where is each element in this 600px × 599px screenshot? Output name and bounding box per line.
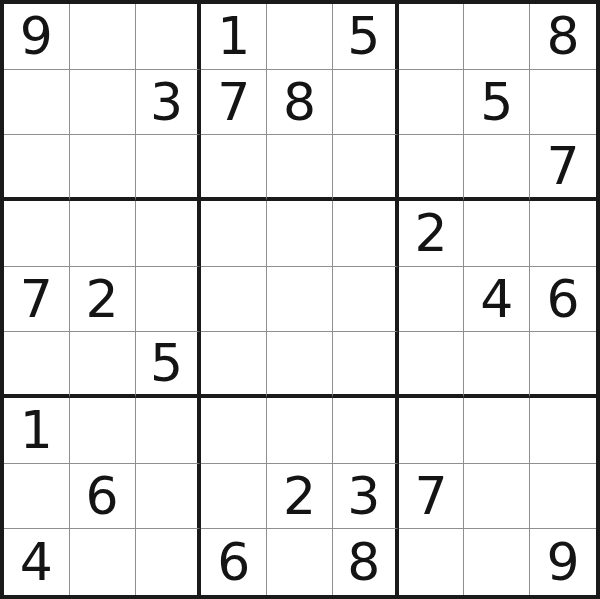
cell-r6c6-empty[interactable] [333, 332, 399, 398]
cell-r9c2-empty[interactable] [70, 529, 136, 595]
cell-r3c8-empty[interactable] [464, 135, 530, 201]
cell-r9c4-given[interactable]: 6 [201, 529, 267, 595]
cell-r2c6-empty[interactable] [333, 70, 399, 136]
cell-r1c8-empty[interactable] [464, 4, 530, 70]
cell-r5c6-empty[interactable] [333, 267, 399, 333]
cell-r5c4-empty[interactable] [201, 267, 267, 333]
cell-r4c6-empty[interactable] [333, 201, 399, 267]
cell-r7c1-given[interactable]: 1 [4, 398, 70, 464]
cell-r5c5-empty[interactable] [267, 267, 333, 333]
cell-r9c9-given[interactable]: 9 [530, 529, 596, 595]
cell-r1c3-empty[interactable] [136, 4, 202, 70]
cell-r2c4-given[interactable]: 7 [201, 70, 267, 136]
cell-r6c7-empty[interactable] [399, 332, 465, 398]
cell-r6c5-empty[interactable] [267, 332, 333, 398]
cell-r3c3-empty[interactable] [136, 135, 202, 201]
cell-r9c8-empty[interactable] [464, 529, 530, 595]
cell-r1c7-empty[interactable] [399, 4, 465, 70]
cell-r4c7-given[interactable]: 2 [399, 201, 465, 267]
cell-r2c7-empty[interactable] [399, 70, 465, 136]
cell-r8c6-given[interactable]: 3 [333, 464, 399, 530]
cell-r8c2-given[interactable]: 6 [70, 464, 136, 530]
cell-r7c9-empty[interactable] [530, 398, 596, 464]
cell-r8c4-empty[interactable] [201, 464, 267, 530]
cell-r3c4-empty[interactable] [201, 135, 267, 201]
cell-r2c3-given[interactable]: 3 [136, 70, 202, 136]
cell-r2c2-empty[interactable] [70, 70, 136, 136]
cell-r6c1-empty[interactable] [4, 332, 70, 398]
cell-r8c7-given[interactable]: 7 [399, 464, 465, 530]
cell-r5c7-empty[interactable] [399, 267, 465, 333]
cell-r3c7-empty[interactable] [399, 135, 465, 201]
cell-r9c5-empty[interactable] [267, 529, 333, 595]
cell-r7c4-empty[interactable] [201, 398, 267, 464]
cell-r9c6-given[interactable]: 8 [333, 529, 399, 595]
cell-r7c6-empty[interactable] [333, 398, 399, 464]
cell-r7c2-empty[interactable] [70, 398, 136, 464]
cell-r3c9-given[interactable]: 7 [530, 135, 596, 201]
cell-r2c9-empty[interactable] [530, 70, 596, 136]
cell-r4c1-empty[interactable] [4, 201, 70, 267]
cell-r2c8-given[interactable]: 5 [464, 70, 530, 136]
cell-r6c3-given[interactable]: 5 [136, 332, 202, 398]
cell-r1c1-given[interactable]: 9 [4, 4, 70, 70]
cell-r1c6-given[interactable]: 5 [333, 4, 399, 70]
cell-r6c4-empty[interactable] [201, 332, 267, 398]
cell-r8c5-given[interactable]: 2 [267, 464, 333, 530]
cell-r1c2-empty[interactable] [70, 4, 136, 70]
cell-r5c8-given[interactable]: 4 [464, 267, 530, 333]
cell-r3c5-empty[interactable] [267, 135, 333, 201]
cell-r5c9-given[interactable]: 6 [530, 267, 596, 333]
cell-r4c3-empty[interactable] [136, 201, 202, 267]
cell-r9c7-empty[interactable] [399, 529, 465, 595]
cell-r5c3-empty[interactable] [136, 267, 202, 333]
cell-r4c9-empty[interactable] [530, 201, 596, 267]
cell-r4c5-empty[interactable] [267, 201, 333, 267]
cell-r2c1-empty[interactable] [4, 70, 70, 136]
cell-r4c2-empty[interactable] [70, 201, 136, 267]
cell-r6c8-empty[interactable] [464, 332, 530, 398]
cell-r8c1-empty[interactable] [4, 464, 70, 530]
cell-r2c5-given[interactable]: 8 [267, 70, 333, 136]
cell-r9c3-empty[interactable] [136, 529, 202, 595]
cell-r8c3-empty[interactable] [136, 464, 202, 530]
cell-r5c2-given[interactable]: 2 [70, 267, 136, 333]
cell-r8c9-empty[interactable] [530, 464, 596, 530]
cell-r1c5-empty[interactable] [267, 4, 333, 70]
cell-r7c8-empty[interactable] [464, 398, 530, 464]
cell-r3c2-empty[interactable] [70, 135, 136, 201]
cell-r7c7-empty[interactable] [399, 398, 465, 464]
cell-r6c2-empty[interactable] [70, 332, 136, 398]
cell-r9c1-given[interactable]: 4 [4, 529, 70, 595]
cell-r7c3-empty[interactable] [136, 398, 202, 464]
cell-r8c8-empty[interactable] [464, 464, 530, 530]
cell-r1c4-given[interactable]: 1 [201, 4, 267, 70]
cell-r3c1-empty[interactable] [4, 135, 70, 201]
sudoku-board: 915837857272465162374689 [0, 0, 600, 599]
cell-r5c1-given[interactable]: 7 [4, 267, 70, 333]
cell-r3c6-empty[interactable] [333, 135, 399, 201]
cell-r7c5-empty[interactable] [267, 398, 333, 464]
cell-r6c9-empty[interactable] [530, 332, 596, 398]
cell-r1c9-given[interactable]: 8 [530, 4, 596, 70]
cell-r4c4-empty[interactable] [201, 201, 267, 267]
cell-r4c8-empty[interactable] [464, 201, 530, 267]
